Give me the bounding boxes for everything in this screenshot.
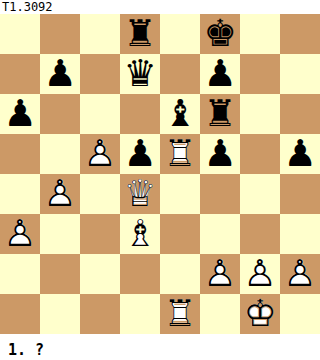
square-h6[interactable] [280, 94, 320, 134]
piece-black-rook: ♜ [120, 14, 160, 54]
piece-black-pawn: ♟ [40, 54, 80, 94]
piece-black-pawn: ♟ [120, 134, 160, 174]
square-d5[interactable]: ♟ [120, 134, 160, 174]
puzzle-title: T1.3092 [0, 0, 320, 14]
square-c5[interactable]: ♟♙ [80, 134, 120, 174]
piece-white-queen: ♕ [120, 174, 160, 214]
square-b8[interactable] [40, 14, 80, 54]
piece-white-bishop: ♗ [120, 214, 160, 254]
square-h5[interactable]: ♟ [280, 134, 320, 174]
square-h4[interactable] [280, 174, 320, 214]
square-f1[interactable] [200, 294, 240, 334]
square-b7[interactable]: ♟ [40, 54, 80, 94]
piece-white-pawn: ♙ [280, 254, 320, 294]
square-e2[interactable] [160, 254, 200, 294]
square-e4[interactable] [160, 174, 200, 214]
square-g8[interactable] [240, 14, 280, 54]
square-f5[interactable]: ♟ [200, 134, 240, 174]
square-c2[interactable] [80, 254, 120, 294]
square-e7[interactable] [160, 54, 200, 94]
square-a5[interactable] [0, 134, 40, 174]
square-a6[interactable]: ♟ [0, 94, 40, 134]
square-e1[interactable]: ♜♖ [160, 294, 200, 334]
square-d3[interactable]: ♝♗ [120, 214, 160, 254]
square-a1[interactable] [0, 294, 40, 334]
square-f6[interactable]: ♜ [200, 94, 240, 134]
piece-black-pawn: ♟ [200, 134, 240, 174]
square-a8[interactable] [0, 14, 40, 54]
piece-white-pawn: ♙ [0, 214, 40, 254]
square-e3[interactable] [160, 214, 200, 254]
square-g3[interactable] [240, 214, 280, 254]
piece-white-pawn: ♙ [80, 134, 120, 174]
square-g4[interactable] [240, 174, 280, 214]
square-b5[interactable] [40, 134, 80, 174]
square-h2[interactable]: ♟♙ [280, 254, 320, 294]
square-b1[interactable] [40, 294, 80, 334]
square-f4[interactable] [200, 174, 240, 214]
square-h3[interactable] [280, 214, 320, 254]
square-a4[interactable] [0, 174, 40, 214]
piece-white-rook: ♖ [160, 294, 200, 334]
chess-board: ♜♚♟♛♟♟♝♜♟♙♟♜♖♟♟♟♙♛♕♟♙♝♗♟♙♟♙♟♙♜♖♚♔ [0, 14, 320, 334]
square-c1[interactable] [80, 294, 120, 334]
square-a7[interactable] [0, 54, 40, 94]
square-e5[interactable]: ♜♖ [160, 134, 200, 174]
square-f7[interactable]: ♟ [200, 54, 240, 94]
square-h1[interactable] [280, 294, 320, 334]
piece-white-pawn: ♙ [240, 254, 280, 294]
piece-black-queen: ♛ [120, 54, 160, 94]
square-g5[interactable] [240, 134, 280, 174]
piece-white-pawn: ♙ [200, 254, 240, 294]
piece-white-rook: ♖ [160, 134, 200, 174]
piece-white-king: ♔ [240, 294, 280, 334]
piece-white-pawn: ♙ [40, 174, 80, 214]
square-d7[interactable]: ♛ [120, 54, 160, 94]
square-g7[interactable] [240, 54, 280, 94]
square-c3[interactable] [80, 214, 120, 254]
square-d2[interactable] [120, 254, 160, 294]
square-f3[interactable] [200, 214, 240, 254]
square-d6[interactable] [120, 94, 160, 134]
square-a3[interactable]: ♟♙ [0, 214, 40, 254]
square-d4[interactable]: ♛♕ [120, 174, 160, 214]
piece-black-pawn: ♟ [280, 134, 320, 174]
square-b2[interactable] [40, 254, 80, 294]
square-c8[interactable] [80, 14, 120, 54]
square-c7[interactable] [80, 54, 120, 94]
piece-black-pawn: ♟ [200, 54, 240, 94]
square-c4[interactable] [80, 174, 120, 214]
square-d8[interactable]: ♜ [120, 14, 160, 54]
square-h8[interactable] [280, 14, 320, 54]
piece-black-rook: ♜ [200, 94, 240, 134]
square-h7[interactable] [280, 54, 320, 94]
square-f2[interactable]: ♟♙ [200, 254, 240, 294]
move-prompt: 1. ? [0, 334, 320, 359]
square-d1[interactable] [120, 294, 160, 334]
piece-black-king: ♚ [200, 14, 240, 54]
square-g6[interactable] [240, 94, 280, 134]
square-a2[interactable] [0, 254, 40, 294]
square-c6[interactable] [80, 94, 120, 134]
puzzle-page: T1.3092 ♜♚♟♛♟♟♝♜♟♙♟♜♖♟♟♟♙♛♕♟♙♝♗♟♙♟♙♟♙♜♖♚… [0, 0, 320, 360]
square-b3[interactable] [40, 214, 80, 254]
square-g2[interactable]: ♟♙ [240, 254, 280, 294]
piece-black-pawn: ♟ [0, 94, 40, 134]
square-e6[interactable]: ♝ [160, 94, 200, 134]
square-e8[interactable] [160, 14, 200, 54]
square-b6[interactable] [40, 94, 80, 134]
square-b4[interactable]: ♟♙ [40, 174, 80, 214]
square-g1[interactable]: ♚♔ [240, 294, 280, 334]
piece-black-bishop: ♝ [160, 94, 200, 134]
square-f8[interactable]: ♚ [200, 14, 240, 54]
